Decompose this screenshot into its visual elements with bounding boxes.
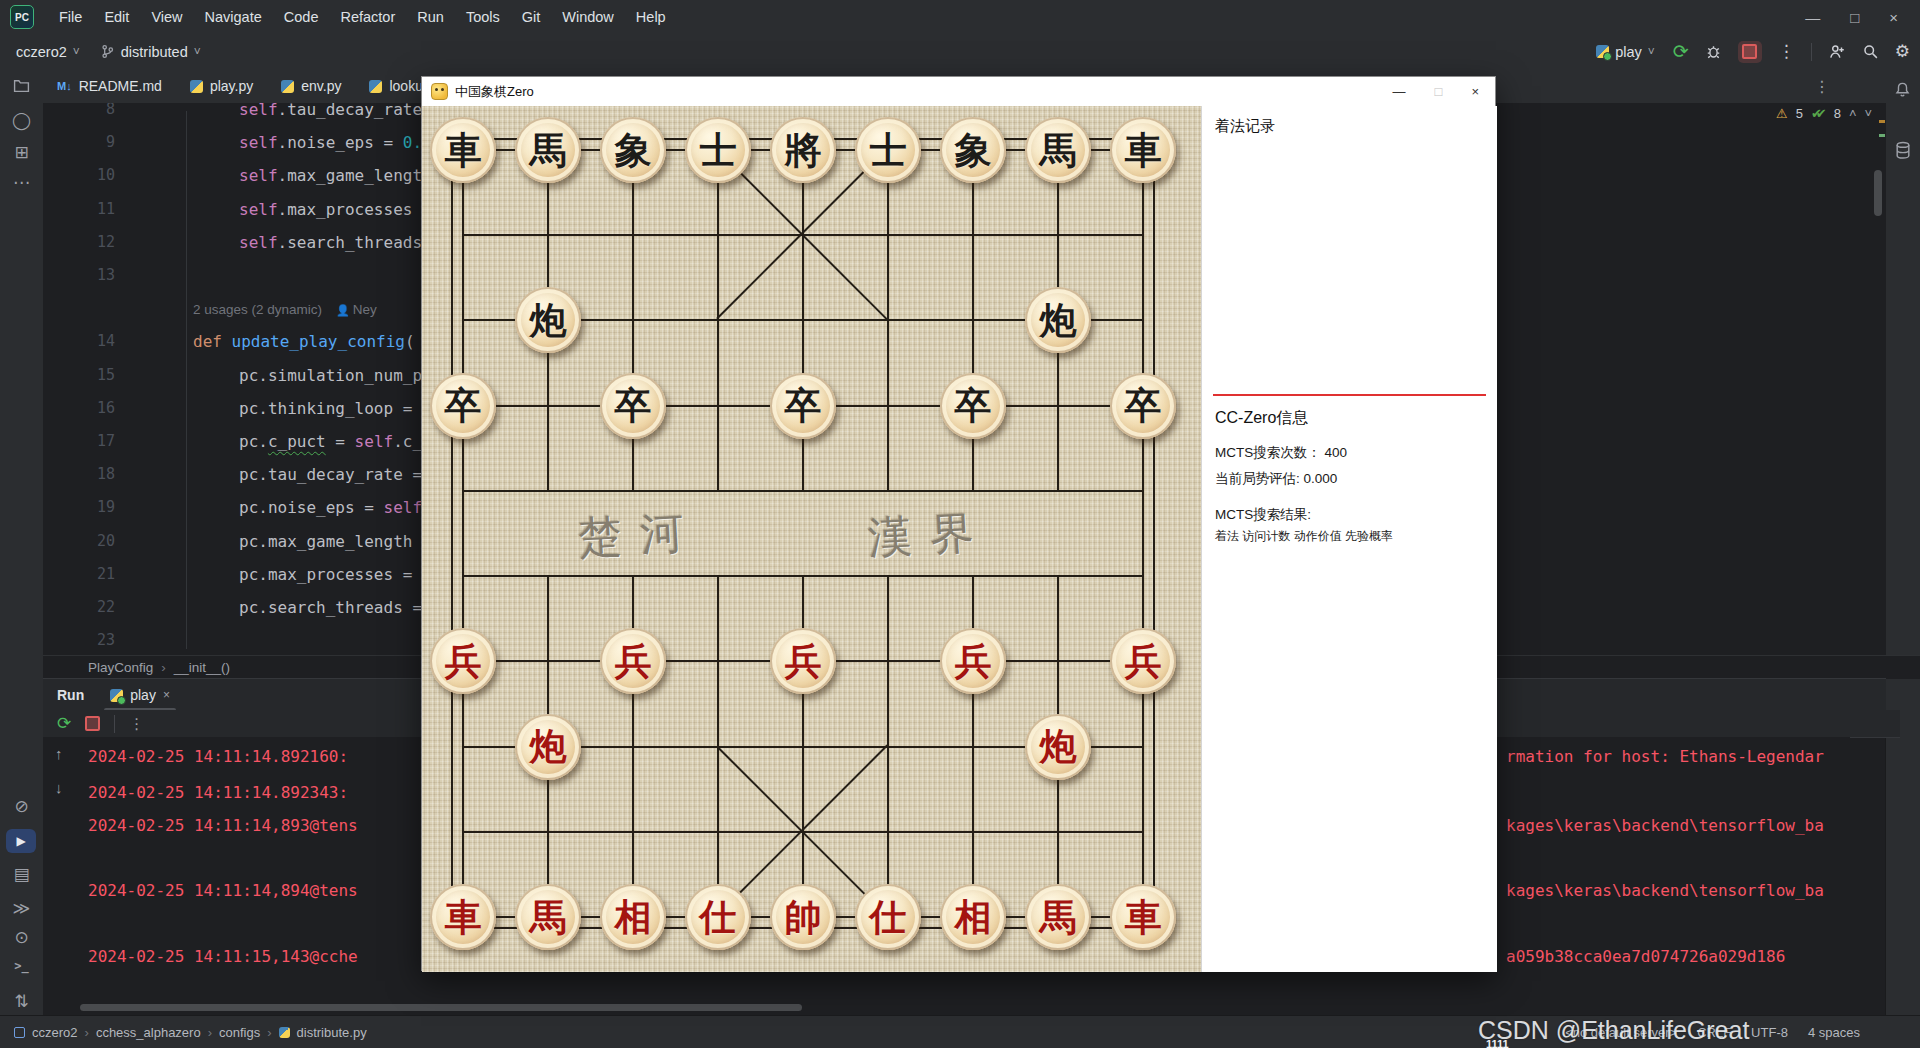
black-piece-馬-0-7[interactable]: 馬 [1025, 117, 1091, 183]
code-with-me-button[interactable] [1828, 43, 1846, 61]
line-number: 8 [43, 103, 115, 118]
code-text: def update_play_config( [193, 332, 415, 351]
file-line [462, 149, 464, 918]
breadcrumb-class[interactable]: PlayConfig [88, 660, 153, 675]
red-piece-車-9-8[interactable]: 車 [1110, 884, 1176, 950]
red-piece-兵-6-4[interactable]: 兵 [770, 628, 836, 694]
red-piece-兵-6-2[interactable]: 兵 [600, 628, 666, 694]
breadcrumb-method[interactable]: __init__() [174, 660, 230, 675]
line-number: 11 [43, 200, 115, 218]
piece-glyph: 馬 [1040, 132, 1077, 169]
piece-glyph: 車 [445, 132, 482, 169]
python-icon [281, 80, 294, 93]
piece-glyph: 馬 [530, 899, 567, 936]
chevron-down-icon: ˅ [73, 45, 80, 59]
code-text: pc.c_puct = self.c_ [239, 432, 422, 451]
piece-glyph: 兵 [955, 643, 992, 680]
problems-tool-button[interactable]: ⊘ [0, 796, 43, 817]
tab-options-button[interactable]: ⋮ [1814, 77, 1830, 96]
red-piece-仕-9-5[interactable]: 仕 [855, 884, 921, 950]
piece-glyph: 將 [785, 132, 822, 169]
code-text: pc.noise_eps = self [239, 498, 422, 517]
debug-button[interactable] [1705, 43, 1722, 60]
python-icon [190, 80, 203, 93]
piece-glyph: 相 [615, 899, 652, 936]
line-number: 17 [43, 432, 115, 450]
console-line-right: rmation for host: Ethans-Legendar [1506, 747, 1824, 766]
database-tool-button[interactable] [1894, 141, 1912, 160]
red-piece-兵-6-6[interactable]: 兵 [940, 628, 1006, 694]
line-number: 14 [43, 332, 115, 350]
file-line-bottom [972, 575, 974, 918]
line-number: 19 [43, 498, 115, 516]
main-menu: FileEditViewNavigateCodeRefactorRunTools… [48, 0, 677, 34]
tab-env.py[interactable]: env.py [267, 69, 355, 103]
piece-glyph: 車 [1125, 132, 1162, 169]
warning-count: 5 [1796, 106, 1803, 121]
piece-glyph: 卒 [955, 387, 992, 424]
info-panel: 着法记录 CC-Zero信息 MCTS搜索次数： 400 当前局势评估: 0.0… [1201, 106, 1497, 972]
python-console-tool-button[interactable]: ≫ [0, 898, 43, 919]
code-text: pc.search_threads = [239, 598, 422, 617]
app-window-controls: — □ × [1393, 84, 1495, 99]
piece-glyph: 仕 [870, 899, 907, 936]
piece-glyph: 象 [615, 132, 652, 169]
red-piece-炮-7-7[interactable]: 炮 [1025, 714, 1091, 780]
code-text: self.tau_decay_rate [239, 103, 422, 119]
inspections-widget[interactable]: ⚠ 5 ✔✔ 8 ˄ ˅ [1776, 106, 1872, 121]
code-text: 2 usages (2 dynamic)👤Ney [193, 299, 377, 318]
red-piece-帥-9-4[interactable]: 帥 [770, 884, 836, 950]
status-widget[interactable]: UTF-8 [1751, 1025, 1788, 1040]
line-number: 20 [43, 532, 115, 550]
piece-glyph: 卒 [1125, 387, 1162, 424]
line-number: 21 [43, 565, 115, 583]
line-number: 15 [43, 366, 115, 384]
red-piece-仕-9-3[interactable]: 仕 [685, 884, 751, 950]
piece-glyph: 卒 [445, 387, 482, 424]
status-crumb-configs[interactable]: configs [219, 1025, 260, 1040]
editor-scrollbar-thumb[interactable] [1874, 170, 1882, 216]
red-piece-炮-7-1[interactable]: 炮 [515, 714, 581, 780]
crumb-separator: › [85, 1025, 89, 1040]
run-panel-title: Run [43, 687, 100, 703]
piece-glyph: 兵 [615, 643, 652, 680]
run-tab-play[interactable]: play × [100, 679, 180, 711]
console-options-button[interactable]: ⋮ [129, 715, 144, 733]
mcts-search-count: MCTS搜索次数： 400 [1215, 444, 1347, 462]
line-number: 10 [43, 166, 115, 184]
stop-icon [1742, 44, 1757, 59]
project-selector[interactable]: cczero2˅ [6, 44, 90, 60]
tab-label: README.md [79, 78, 162, 94]
red-piece-兵-6-0[interactable]: 兵 [430, 628, 496, 694]
red-piece-車-9-0[interactable]: 車 [430, 884, 496, 950]
rerun-button[interactable]: ⟳ [57, 713, 71, 734]
line-number: 13 [43, 266, 115, 284]
services-tool-button[interactable]: ▤ [0, 864, 43, 885]
xiangqi-app-window: 中国象棋Zero — □ × 楚河 漢界 車馬象士將士象馬車炮炮卒卒卒卒卒兵兵兵… [421, 76, 1496, 971]
line-number: 22 [43, 598, 115, 616]
ide-window-controls: — □ × [1805, 9, 1920, 26]
breadcrumb-separator: › [161, 660, 166, 675]
screen: PC FileEditViewNavigateCodeRefactorRunTo… [0, 0, 1920, 1048]
river-label-right: 漢界 [867, 503, 994, 568]
file-line-top [717, 149, 719, 492]
pycharm-logo-icon: PC [10, 5, 34, 29]
crumb-separator: › [267, 1025, 271, 1040]
position-eval: 当前局势评估: 0.000 [1215, 470, 1337, 488]
black-piece-卒-3-2[interactable]: 卒 [600, 373, 666, 439]
run-config-selector[interactable]: play˅ [1594, 44, 1657, 60]
status-crumb-cchess_alphazero[interactable]: cchess_alphazero [96, 1025, 201, 1040]
black-piece-車-0-8[interactable]: 車 [1110, 117, 1176, 183]
console-line-left: 2024-02-25 14:11:14,894@tens [88, 881, 358, 900]
branch-icon [100, 44, 115, 59]
app-title: 中国象棋Zero [455, 83, 534, 101]
menu-tools[interactable]: Tools [455, 0, 511, 34]
left-tool-strip: ◯ ⊞ ⋯ ⊘ ▶ ▤ ≫ ⊙ >_ ⇅ [0, 69, 44, 1015]
more-actions-button[interactable]: ⋮ [1778, 43, 1795, 60]
black-piece-卒-3-6[interactable]: 卒 [940, 373, 1006, 439]
tab-readme.md[interactable]: M↓README.md [43, 69, 176, 103]
black-piece-士-0-5[interactable]: 士 [855, 117, 921, 183]
python-icon [1596, 45, 1609, 58]
stripe-warning-mark [1879, 120, 1885, 123]
console-line-left: 2024-02-25 14:11:15,143@cche [88, 947, 358, 966]
piece-glyph: 相 [955, 899, 992, 936]
running-dot [1603, 52, 1612, 61]
menu-navigate[interactable]: Navigate [194, 0, 273, 34]
code-text: pc.thinking_loop = [239, 399, 422, 418]
line-number: 9 [43, 133, 115, 151]
mcts-results-columns: 着法 访问计数 动作价值 先验概率 [1215, 528, 1393, 545]
piece-glyph: 馬 [1040, 899, 1077, 936]
author-icon: 👤 [336, 304, 350, 316]
piece-glyph: 馬 [530, 132, 567, 169]
file-line-top [632, 149, 634, 492]
run-widget: play˅ ⟳ ⋮ ⚙ [1594, 41, 1920, 63]
piece-glyph: 帥 [785, 899, 822, 936]
module-icon [14, 1027, 25, 1038]
prev-problem-button[interactable]: ˄ [1849, 106, 1857, 121]
black-piece-卒-3-8[interactable]: 卒 [1110, 373, 1176, 439]
rerun-button[interactable]: ⟳ [1673, 42, 1689, 61]
main-toolbar: cczero2˅ distributed˅ play˅ ⟳ [0, 34, 1920, 70]
toolbar-separator [114, 715, 115, 733]
stripe-ok-mark [1879, 134, 1885, 137]
next-problem-button[interactable]: ˅ [1865, 106, 1873, 121]
warning-icon: ⚠ [1776, 106, 1788, 121]
code-text: self.max_processes [239, 200, 412, 219]
scroll-up-icon[interactable]: ↑ [55, 745, 63, 762]
menu-edit[interactable]: Edit [93, 0, 140, 34]
chevron-down-icon: ˅ [1648, 45, 1655, 59]
red-piece-兵-6-8[interactable]: 兵 [1110, 628, 1176, 694]
stop-button[interactable] [85, 716, 100, 731]
checks-count: 8 [1834, 106, 1841, 121]
piece-glyph: 炮 [1040, 728, 1077, 765]
more-tools-button[interactable]: ⋯ [0, 172, 43, 193]
chevron-down-icon: ˅ [194, 45, 201, 59]
toolbar-separator [1811, 43, 1812, 61]
black-piece-象-0-6[interactable]: 象 [940, 117, 1006, 183]
code-text: pc.simulation_num_p [239, 366, 422, 385]
piece-glyph: 兵 [445, 643, 482, 680]
csdn-watermark: CSDN @EthanLifeGreat [1478, 1016, 1749, 1045]
csdn-watermark-2: 1111 [1486, 1038, 1509, 1048]
status-crumb-cczero2[interactable]: cczero2 [32, 1025, 78, 1040]
move-record-title: 着法记录 [1215, 117, 1275, 136]
ide-minimize-button[interactable]: — [1805, 9, 1820, 26]
crumb-separator: › [208, 1025, 212, 1040]
red-piece-馬-9-1[interactable]: 馬 [515, 884, 581, 950]
black-piece-炮-2-1[interactable]: 炮 [515, 287, 581, 353]
code-text: pc.max_processes = [239, 565, 422, 584]
running-dot [117, 696, 126, 705]
piece-glyph: 象 [955, 132, 992, 169]
app-icon [431, 83, 448, 100]
piece-glyph: 兵 [785, 643, 822, 680]
black-piece-車-0-0[interactable]: 車 [430, 117, 496, 183]
tab-label: play.py [210, 78, 253, 94]
panel-divider [1213, 394, 1486, 396]
console-line-right: kages\keras\backend\tensorflow_ba [1506, 816, 1824, 835]
status-crumb-distribute.py[interactable]: distribute.py [297, 1025, 367, 1040]
black-piece-卒-3-0[interactable]: 卒 [430, 373, 496, 439]
search-everywhere-button[interactable] [1862, 43, 1879, 60]
xiangqi-board[interactable]: 楚河 漢界 車馬象士將士象馬車炮炮卒卒卒卒卒兵兵兵兵兵炮炮車馬相仕帥仕相馬車 [422, 106, 1201, 972]
river-label-left: 楚河 [577, 503, 704, 568]
terminal-tool-button[interactable]: >_ [0, 959, 43, 973]
black-piece-象-0-2[interactable]: 象 [600, 117, 666, 183]
black-piece-將-0-4[interactable]: 將 [770, 117, 836, 183]
menu-code[interactable]: Code [273, 0, 330, 34]
commit-tool-button[interactable]: ◯ [0, 110, 43, 131]
console-line-left: 2024-02-25 14:11:14.892343: [88, 783, 358, 802]
debug-tool-button[interactable]: ⊙ [0, 927, 43, 948]
vcs-tool-button[interactable]: ⇅ [0, 991, 43, 1012]
piece-glyph: 兵 [1125, 643, 1162, 680]
line-number: 18 [43, 465, 115, 483]
cczero-info-title: CC-Zero信息 [1215, 408, 1308, 429]
menu-window[interactable]: Window [551, 0, 625, 34]
menu-help[interactable]: Help [625, 0, 677, 34]
settings-button[interactable]: ⚙ [1895, 43, 1910, 60]
console-line-right: kages\keras\backend\tensorflow_ba [1506, 881, 1824, 900]
console-line-right: a059b38cca0ea7d074726a029d186 [1506, 947, 1785, 966]
piece-glyph: 卒 [785, 387, 822, 424]
console-line-left: 2024-02-25 14:11:14.892160: [88, 747, 358, 766]
app-title-bar[interactable]: 中国象棋Zero — □ × [422, 77, 1495, 107]
code-text: self.search_threads [239, 233, 422, 252]
close-tab-icon[interactable]: × [163, 688, 170, 702]
red-piece-馬-9-7[interactable]: 馬 [1025, 884, 1091, 950]
app-maximize-button[interactable]: □ [1435, 84, 1443, 99]
file-line-top [802, 149, 804, 492]
app-close-button[interactable]: × [1471, 84, 1479, 99]
code-text: self.noise_eps = 0. [239, 133, 422, 152]
console-line-left: 2024-02-25 14:11:14,893@tens [88, 816, 358, 835]
code-text: self.max_game_lengt [239, 166, 422, 185]
app-minimize-button[interactable]: — [1393, 84, 1406, 99]
piece-glyph: 車 [445, 899, 482, 936]
line-number: 23 [43, 631, 115, 649]
piece-glyph: 士 [700, 132, 737, 169]
piece-glyph: 車 [1125, 899, 1162, 936]
mcts-results-title: MCTS搜索结果: [1215, 506, 1311, 524]
code-text: pc.tau_decay_rate = [239, 465, 422, 484]
code-text: pc.max_game_length [239, 532, 412, 551]
notifications-bell-button[interactable] [1894, 81, 1911, 98]
line-number: 12 [43, 233, 115, 251]
red-piece-相-9-6[interactable]: 相 [940, 884, 1006, 950]
python-icon [110, 689, 123, 702]
status-widget[interactable]: 4 spaces [1808, 1025, 1860, 1040]
markdown-icon: M↓ [57, 80, 72, 92]
black-piece-炮-2-7[interactable]: 炮 [1025, 287, 1091, 353]
menu-git[interactable]: Git [511, 0, 552, 34]
menu-refactor[interactable]: Refactor [329, 0, 406, 34]
project-tool-button[interactable] [13, 78, 30, 93]
line-number: 16 [43, 399, 115, 417]
ide-close-button[interactable]: × [1889, 9, 1898, 26]
structure-tool-button[interactable]: ⊞ [0, 142, 43, 163]
menu-run[interactable]: Run [406, 0, 455, 34]
menu-view[interactable]: View [140, 0, 193, 34]
tab-strip-options: ⋮ [1814, 77, 1886, 96]
piece-glyph: 仕 [700, 899, 737, 936]
tab-label: env.py [301, 78, 341, 94]
tab-play.py[interactable]: play.py [176, 69, 267, 103]
menu-file[interactable]: File [48, 0, 93, 34]
file-line-bottom [632, 575, 634, 918]
stop-button[interactable] [1738, 41, 1762, 63]
file-line-top [972, 149, 974, 492]
black-piece-馬-0-1[interactable]: 馬 [515, 117, 581, 183]
console-hscrollbar[interactable] [80, 1004, 802, 1011]
python-icon [369, 80, 382, 93]
file-line [1142, 149, 1144, 918]
piece-glyph: 炮 [530, 302, 567, 339]
black-piece-卒-3-4[interactable]: 卒 [770, 373, 836, 439]
piece-glyph: 士 [870, 132, 907, 169]
menu-bar: PC FileEditViewNavigateCodeRefactorRunTo… [0, 0, 1920, 35]
git-branch-selector[interactable]: distributed˅ [90, 44, 211, 60]
right-tool-strip [1885, 69, 1920, 1015]
scroll-down-icon[interactable]: ↓ [55, 779, 63, 796]
file-line-bottom [802, 575, 804, 918]
piece-glyph: 炮 [530, 728, 567, 765]
red-piece-相-9-2[interactable]: 相 [600, 884, 666, 950]
ide-maximize-button[interactable]: □ [1850, 9, 1859, 26]
checks-icon: ✔✔ [1811, 106, 1821, 121]
piece-glyph: 卒 [615, 387, 652, 424]
run-tool-button-active[interactable]: ▶ [6, 829, 36, 853]
python-icon [279, 1027, 290, 1038]
piece-glyph: 炮 [1040, 302, 1077, 339]
black-piece-士-0-3[interactable]: 士 [685, 117, 751, 183]
status-breadcrumbs: cczero2›cchess_alphazero›configs›distrib… [0, 1025, 367, 1040]
